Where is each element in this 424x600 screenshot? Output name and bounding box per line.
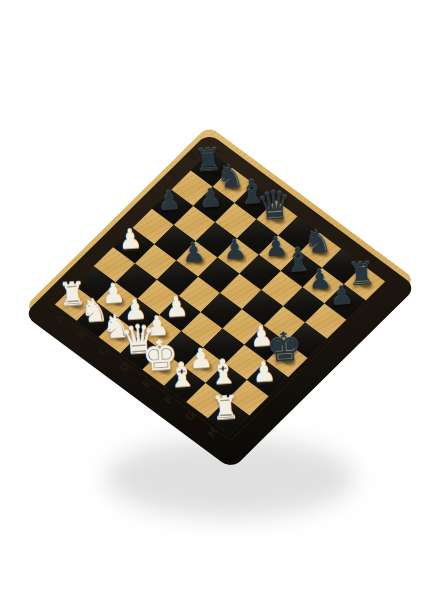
file-label-A: A xyxy=(52,312,68,327)
rank-label-5: 5 xyxy=(128,206,143,220)
piece-black-queen[interactable]: ♛ xyxy=(253,185,296,227)
background: { "game": "chess", "scene": "overhead ph… xyxy=(0,0,424,600)
file-label-B: B xyxy=(74,328,89,343)
file-label-G: G xyxy=(183,409,199,424)
file-label-H: H xyxy=(205,425,221,440)
chess-board: 87654321 ABCDEFGH ♜♞♝♛♞♜♟♟♝♟♟♟♟♟♟♟♚♟♟♟♟♟… xyxy=(24,125,415,460)
file-label-C: C xyxy=(96,344,111,358)
piece-white-rook[interactable]: ♜ xyxy=(204,391,246,425)
rank-label-7: 7 xyxy=(166,168,181,182)
rank-label-3: 3 xyxy=(89,244,104,258)
board-grid: ♜♞♝♛♞♜♟♟♝♟♟♟♟♟♟♟♚♟♟♟♟♟♟♝♜♞♞♛♚♝♜ xyxy=(55,151,385,434)
piece-white-bishop[interactable]: ♝ xyxy=(161,357,203,393)
file-label-F: F xyxy=(161,393,176,407)
